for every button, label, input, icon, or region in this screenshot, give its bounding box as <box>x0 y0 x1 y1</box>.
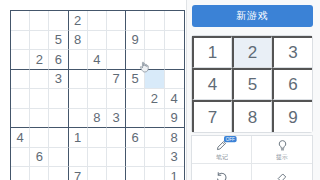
sudoku-cell-r4c9[interactable] <box>165 70 184 90</box>
sudoku-cell-r9c5[interactable] <box>88 167 107 180</box>
sudoku-cell-r4c2[interactable] <box>30 70 49 90</box>
sudoku-cell-r8c3[interactable] <box>49 148 68 168</box>
sudoku-cell-r5c2[interactable] <box>30 89 49 109</box>
sudoku-cell-r1c6[interactable] <box>107 11 126 31</box>
sudoku-cell-r5c9[interactable]: 4 <box>165 89 184 109</box>
sudoku-cell-r6c8[interactable] <box>145 109 164 129</box>
sudoku-cell-r9c4[interactable]: 7 <box>69 167 88 180</box>
undo-icon <box>215 171 228 180</box>
sudoku-cell-r5c1[interactable] <box>11 89 30 109</box>
sudoku-cell-r6c2[interactable] <box>30 109 49 129</box>
numpad-key-4[interactable]: 4 <box>192 68 232 100</box>
sudoku-cell-r7c9[interactable]: 8 <box>165 128 184 148</box>
sudoku-cell-r7c5[interactable] <box>88 128 107 148</box>
sudoku-cell-r3c5[interactable]: 4 <box>88 50 107 70</box>
tool-erase-button[interactable]: 擦除 <box>252 164 312 180</box>
sudoku-cell-r4c1[interactable] <box>11 70 30 90</box>
sudoku-cell-r2c1[interactable] <box>11 31 30 51</box>
video-artifact-strip <box>316 0 320 180</box>
sudoku-cell-r1c9[interactable] <box>165 11 184 31</box>
sudoku-cell-r9c3[interactable] <box>49 167 68 180</box>
sudoku-cell-r3c7[interactable] <box>126 50 145 70</box>
sudoku-cell-r5c5[interactable] <box>88 89 107 109</box>
sudoku-cell-r3c6[interactable] <box>107 50 126 70</box>
sudoku-cell-r2c7[interactable]: 9 <box>126 31 145 51</box>
sudoku-cell-r1c8[interactable] <box>145 11 164 31</box>
sudoku-cell-r2c6[interactable] <box>107 31 126 51</box>
sudoku-cell-r1c7[interactable] <box>126 11 145 31</box>
sudoku-cell-r4c6[interactable]: 7 <box>107 70 126 90</box>
numpad-key-3[interactable]: 3 <box>272 36 312 68</box>
sudoku-cell-r5c7[interactable] <box>126 89 145 109</box>
sudoku-cell-r6c4[interactable] <box>69 109 88 129</box>
numpad-key-8[interactable]: 8 <box>232 100 272 132</box>
bulb-icon <box>276 139 289 152</box>
sudoku-cell-r7c2[interactable] <box>30 128 49 148</box>
tool-notes-button[interactable]: OFF笔记 <box>192 136 252 164</box>
tool-buttons: OFF笔记提示撤销擦除 <box>191 135 313 180</box>
sudoku-cell-r5c4[interactable] <box>69 89 88 109</box>
sudoku-cell-r7c6[interactable] <box>107 128 126 148</box>
sudoku-board[interactable]: 25892643752483941686371 <box>10 10 185 180</box>
sudoku-cell-r9c7[interactable] <box>126 167 145 180</box>
notes-toggle-badge: OFF <box>224 136 237 142</box>
pencil-icon: OFF <box>215 139 228 152</box>
sudoku-cell-r9c2[interactable] <box>30 167 49 180</box>
sudoku-cell-r1c1[interactable] <box>11 11 30 31</box>
sudoku-cell-r2c3[interactable]: 5 <box>49 31 68 51</box>
sudoku-cell-r3c2[interactable]: 2 <box>30 50 49 70</box>
sudoku-cell-r8c8[interactable] <box>145 148 164 168</box>
sudoku-cell-r8c7[interactable] <box>126 148 145 168</box>
sudoku-cell-r4c3[interactable]: 3 <box>49 70 68 90</box>
tool-hint-label: 提示 <box>276 154 288 160</box>
numpad-key-2[interactable]: 2 <box>232 36 272 68</box>
numpad-key-9[interactable]: 9 <box>272 100 312 132</box>
eraser-icon <box>276 171 289 180</box>
sudoku-cell-r6c5[interactable]: 8 <box>88 109 107 129</box>
new-game-button[interactable]: 新游戏 <box>192 5 313 27</box>
sudoku-cell-r6c7[interactable] <box>126 109 145 129</box>
sudoku-cell-r2c8[interactable] <box>145 31 164 51</box>
sudoku-cell-r6c3[interactable] <box>49 109 68 129</box>
sudoku-cell-r8c6[interactable] <box>107 148 126 168</box>
sudoku-cell-r7c8[interactable] <box>145 128 164 148</box>
sudoku-cell-r4c8[interactable] <box>145 70 164 90</box>
tool-hint-button[interactable]: 提示 <box>252 136 312 164</box>
sudoku-cell-r2c9[interactable] <box>165 31 184 51</box>
tool-undo-button[interactable]: 撤销 <box>192 164 252 180</box>
sudoku-cell-r6c1[interactable] <box>11 109 30 129</box>
numpad-key-7[interactable]: 7 <box>192 100 232 132</box>
sudoku-cell-r9c6[interactable] <box>107 167 126 180</box>
sudoku-cell-r9c9[interactable]: 1 <box>165 167 184 180</box>
sudoku-cell-r2c5[interactable] <box>88 31 107 51</box>
sudoku-cell-r5c6[interactable] <box>107 89 126 109</box>
numpad: 123456789 <box>191 35 313 133</box>
sudoku-cell-r8c2[interactable]: 6 <box>30 148 49 168</box>
tool-notes-label: 笔记 <box>216 154 228 160</box>
numpad-key-5[interactable]: 5 <box>232 68 272 100</box>
sudoku-cell-r8c1[interactable] <box>11 148 30 168</box>
sudoku-cell-r2c2[interactable] <box>30 31 49 51</box>
sudoku-cell-r7c4[interactable]: 1 <box>69 128 88 148</box>
sudoku-cell-r1c3[interactable] <box>49 11 68 31</box>
sudoku-cell-r4c7[interactable]: 5 <box>126 70 145 90</box>
sudoku-cell-r7c7[interactable]: 6 <box>126 128 145 148</box>
sudoku-cell-r3c3[interactable]: 6 <box>49 50 68 70</box>
sudoku-cell-r8c9[interactable]: 3 <box>165 148 184 168</box>
sudoku-cell-r2c4[interactable]: 8 <box>69 31 88 51</box>
numpad-key-6[interactable]: 6 <box>272 68 312 100</box>
sudoku-cell-r7c1[interactable]: 4 <box>11 128 30 148</box>
sudoku-app: 25892643752483941686371 新游戏 123456789 OF… <box>0 0 320 180</box>
sudoku-cell-r1c2[interactable] <box>30 11 49 31</box>
sudoku-cell-r6c6[interactable]: 3 <box>107 109 126 129</box>
sudoku-cell-r8c5[interactable] <box>88 148 107 168</box>
sudoku-cell-r3c1[interactable] <box>11 50 30 70</box>
sudoku-cell-r5c8[interactable]: 2 <box>145 89 164 109</box>
numpad-key-1[interactable]: 1 <box>192 36 232 68</box>
sudoku-cell-r9c8[interactable] <box>145 167 164 180</box>
sudoku-cell-r7c3[interactable] <box>49 128 68 148</box>
sudoku-cell-r5c3[interactable] <box>49 89 68 109</box>
sudoku-cell-r3c4[interactable] <box>69 50 88 70</box>
sudoku-cell-r4c5[interactable] <box>88 70 107 90</box>
sudoku-cell-r1c4[interactable]: 2 <box>69 11 88 31</box>
sudoku-cell-r3c9[interactable] <box>165 50 184 70</box>
sudoku-cell-r3c8[interactable] <box>145 50 164 70</box>
sudoku-cell-r4c4[interactable] <box>69 70 88 90</box>
sudoku-cell-r8c4[interactable] <box>69 148 88 168</box>
control-panel: 新游戏 123456789 OFF笔记提示撤销擦除 <box>187 0 320 180</box>
sudoku-cell-r1c5[interactable] <box>88 11 107 31</box>
sudoku-cell-r9c1[interactable] <box>11 167 30 180</box>
sudoku-cell-r6c9[interactable]: 9 <box>165 109 184 129</box>
